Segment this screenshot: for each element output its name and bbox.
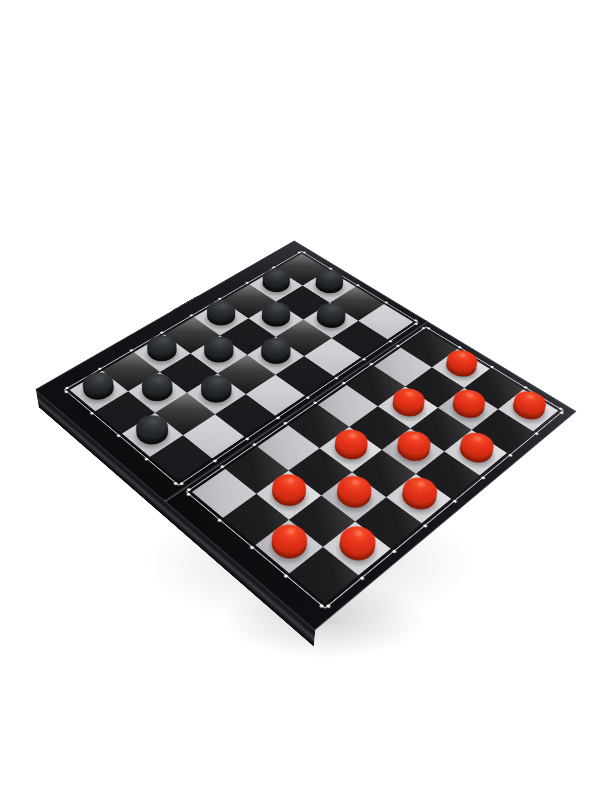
board-perspective-stage <box>108 214 498 586</box>
checkers-board <box>36 241 576 629</box>
product-photo-scene <box>0 0 600 800</box>
